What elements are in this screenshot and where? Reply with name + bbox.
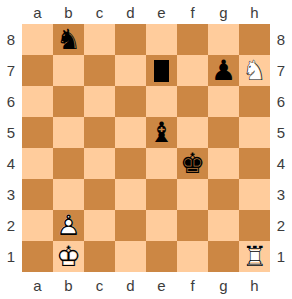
square-h8[interactable]: [239, 24, 270, 55]
square-e2[interactable]: [146, 210, 177, 241]
white-knight: ♞♘: [239, 55, 270, 86]
square-c7[interactable]: [84, 55, 115, 86]
square-d4[interactable]: [115, 148, 146, 179]
rank-label-8-left: 8: [7, 32, 15, 47]
square-b5[interactable]: [53, 117, 84, 148]
square-d1[interactable]: [115, 241, 146, 272]
square-d8[interactable]: [115, 24, 146, 55]
chess-diagram: abcdefgh 87654321 ♞♟♞♘♝♚♟♙♚♔♜♖ 87654321 …: [0, 0, 292, 299]
file-label-h-top: h: [250, 5, 258, 20]
rank-label-6-right: 6: [277, 94, 285, 109]
file-label-d-bottom: d: [126, 278, 134, 293]
file-label-a-bottom: a: [33, 278, 41, 293]
rank-label-5-left: 5: [7, 125, 15, 140]
square-d6[interactable]: [115, 86, 146, 117]
square-g6[interactable]: [208, 86, 239, 117]
rank-label-3-left: 3: [7, 187, 15, 202]
white-rook: ♜♖: [239, 241, 270, 272]
square-g2[interactable]: [208, 210, 239, 241]
square-a4[interactable]: [22, 148, 53, 179]
square-g3[interactable]: [208, 179, 239, 210]
square-d7[interactable]: [115, 55, 146, 86]
square-f4[interactable]: ♚: [177, 148, 208, 179]
square-a1[interactable]: [22, 241, 53, 272]
rank-label-4-right: 4: [277, 156, 285, 171]
file-label-c-bottom: c: [96, 278, 104, 293]
rank-label-6-left: 6: [7, 94, 15, 109]
square-b7[interactable]: [53, 55, 84, 86]
corner-top-left: [0, 0, 22, 24]
file-label-f-top: f: [190, 5, 194, 20]
square-g8[interactable]: [208, 24, 239, 55]
square-c1[interactable]: [84, 241, 115, 272]
rank-labels-left: 87654321: [0, 24, 22, 272]
square-c3[interactable]: [84, 179, 115, 210]
rank-label-2-right: 2: [277, 218, 285, 233]
file-labels-top: abcdefgh: [22, 0, 270, 24]
square-f2[interactable]: [177, 210, 208, 241]
file-label-h-bottom: h: [250, 278, 258, 293]
white-pawn: ♟♙: [53, 210, 84, 241]
rank-label-7-right: 7: [277, 63, 285, 78]
corner-top-right: [270, 0, 292, 24]
square-e5[interactable]: ♝: [146, 117, 177, 148]
diagram-layout: abcdefgh 87654321 ♞♟♞♘♝♚♟♙♚♔♜♖ 87654321 …: [0, 0, 292, 299]
black-bishop: ♝: [149, 117, 174, 148]
square-f8[interactable]: [177, 24, 208, 55]
square-f1[interactable]: [177, 241, 208, 272]
square-h2[interactable]: [239, 210, 270, 241]
square-a6[interactable]: [22, 86, 53, 117]
square-e6[interactable]: [146, 86, 177, 117]
square-b6[interactable]: [53, 86, 84, 117]
square-f5[interactable]: [177, 117, 208, 148]
rank-label-1-left: 1: [7, 249, 15, 264]
square-b3[interactable]: [53, 179, 84, 210]
square-e7[interactable]: [146, 55, 177, 86]
file-label-g-bottom: g: [219, 278, 227, 293]
square-c5[interactable]: [84, 117, 115, 148]
square-h5[interactable]: [239, 117, 270, 148]
rank-label-3-right: 3: [277, 187, 285, 202]
square-c4[interactable]: [84, 148, 115, 179]
square-h4[interactable]: [239, 148, 270, 179]
rank-label-4-left: 4: [7, 156, 15, 171]
unknown-piece-black-rectangle: [154, 60, 169, 82]
file-label-e-bottom: e: [157, 278, 165, 293]
square-a7[interactable]: [22, 55, 53, 86]
square-c6[interactable]: [84, 86, 115, 117]
square-a2[interactable]: [22, 210, 53, 241]
square-h3[interactable]: [239, 179, 270, 210]
rank-label-8-right: 8: [277, 32, 285, 47]
square-f6[interactable]: [177, 86, 208, 117]
square-e1[interactable]: [146, 241, 177, 272]
square-b1[interactable]: ♚♔: [53, 241, 84, 272]
file-labels-bottom: abcdefgh: [22, 272, 270, 299]
corner-bottom-right: [270, 272, 292, 299]
file-label-d-top: d: [126, 5, 134, 20]
square-d5[interactable]: [115, 117, 146, 148]
chess-board: ♞♟♞♘♝♚♟♙♚♔♜♖: [22, 24, 270, 272]
square-c8[interactable]: [84, 24, 115, 55]
square-a8[interactable]: [22, 24, 53, 55]
black-king: ♚: [180, 148, 205, 179]
square-d3[interactable]: [115, 179, 146, 210]
square-b4[interactable]: [53, 148, 84, 179]
square-h7[interactable]: ♞♘: [239, 55, 270, 86]
square-c2[interactable]: [84, 210, 115, 241]
square-e3[interactable]: [146, 179, 177, 210]
rank-label-5-right: 5: [277, 125, 285, 140]
square-h1[interactable]: ♜♖: [239, 241, 270, 272]
rank-labels-right: 87654321: [270, 24, 292, 272]
square-g1[interactable]: [208, 241, 239, 272]
square-a5[interactable]: [22, 117, 53, 148]
square-h6[interactable]: [239, 86, 270, 117]
square-g4[interactable]: [208, 148, 239, 179]
file-label-b-bottom: b: [64, 278, 72, 293]
white-king: ♚♔: [53, 241, 84, 272]
rank-label-7-left: 7: [7, 63, 15, 78]
square-d2[interactable]: [115, 210, 146, 241]
file-label-g-top: g: [219, 5, 227, 20]
square-e4[interactable]: [146, 148, 177, 179]
black-knight: ♞: [56, 24, 81, 55]
file-label-b-top: b: [64, 5, 72, 20]
square-g5[interactable]: [208, 117, 239, 148]
square-f7[interactable]: [177, 55, 208, 86]
square-g7[interactable]: ♟: [208, 55, 239, 86]
square-e8[interactable]: [146, 24, 177, 55]
black-pawn: ♟: [211, 55, 236, 86]
file-label-c-top: c: [96, 5, 104, 20]
square-a3[interactable]: [22, 179, 53, 210]
file-label-f-bottom: f: [190, 278, 194, 293]
rank-label-2-left: 2: [7, 218, 15, 233]
file-label-e-top: e: [157, 5, 165, 20]
rank-label-1-right: 1: [277, 249, 285, 264]
file-label-a-top: a: [33, 5, 41, 20]
square-b2[interactable]: ♟♙: [53, 210, 84, 241]
corner-bottom-left: [0, 272, 22, 299]
square-f3[interactable]: [177, 179, 208, 210]
square-b8[interactable]: ♞: [53, 24, 84, 55]
